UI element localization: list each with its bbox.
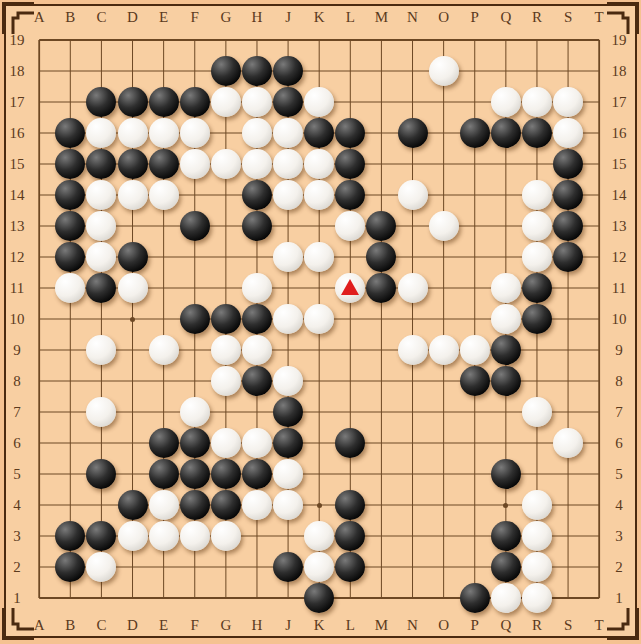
coord-label-11-left: 11	[4, 279, 30, 297]
coord-label-T-bottom: T	[589, 616, 609, 634]
stone-white-E4[interactable]	[149, 490, 179, 520]
stone-black-F17[interactable]	[180, 87, 210, 117]
coord-label-13-right: 13	[606, 217, 632, 235]
coord-label-H-bottom: H	[247, 616, 267, 634]
coord-label-12-right: 12	[606, 248, 632, 266]
stone-white-D11[interactable]	[118, 273, 148, 303]
coord-label-F-top: F	[185, 8, 205, 26]
coord-label-K-bottom: K	[309, 616, 329, 634]
coord-label-15-right: 15	[606, 155, 632, 173]
stone-black-G10[interactable]	[211, 304, 241, 334]
stone-white-S16[interactable]	[553, 118, 583, 148]
stone-white-O18[interactable]	[429, 56, 459, 86]
stone-white-J16[interactable]	[273, 118, 303, 148]
stone-white-K2[interactable]	[304, 552, 334, 582]
stone-white-J10[interactable]	[273, 304, 303, 334]
stone-white-R4[interactable]	[522, 490, 552, 520]
coord-label-Q-top: Q	[496, 8, 516, 26]
coord-label-Q-bottom: Q	[496, 616, 516, 634]
coord-label-3-right: 3	[606, 527, 632, 545]
coord-label-4-right: 4	[606, 496, 632, 514]
coord-label-19-left: 19	[4, 31, 30, 49]
coord-label-2-right: 2	[606, 558, 632, 576]
stone-white-H9[interactable]	[242, 335, 272, 365]
stone-black-N16[interactable]	[398, 118, 428, 148]
stone-black-H13[interactable]	[242, 211, 272, 241]
stone-white-J5[interactable]	[273, 459, 303, 489]
coord-label-5-right: 5	[606, 465, 632, 483]
stone-white-G8[interactable]	[211, 366, 241, 396]
stone-white-R13[interactable]	[522, 211, 552, 241]
stone-white-D3[interactable]	[118, 521, 148, 551]
coord-label-J-top: J	[278, 8, 298, 26]
stone-white-E16[interactable]	[149, 118, 179, 148]
stone-white-F7[interactable]	[180, 397, 210, 427]
coord-label-7-right: 7	[606, 403, 632, 421]
stone-white-K15[interactable]	[304, 149, 334, 179]
coord-label-M-top: M	[371, 8, 391, 26]
coord-label-19-right: 19	[606, 31, 632, 49]
stone-white-F15[interactable]	[180, 149, 210, 179]
stone-white-H15[interactable]	[242, 149, 272, 179]
stone-white-O9[interactable]	[429, 335, 459, 365]
stone-white-O13[interactable]	[429, 211, 459, 241]
stone-black-E17[interactable]	[149, 87, 179, 117]
stone-white-N9[interactable]	[398, 335, 428, 365]
coord-label-7-left: 7	[4, 403, 30, 421]
coord-label-A-bottom: A	[29, 616, 49, 634]
stone-black-J6[interactable]	[273, 428, 303, 458]
stone-white-R7[interactable]	[522, 397, 552, 427]
coord-label-10-left: 10	[4, 310, 30, 328]
coord-label-E-bottom: E	[154, 616, 174, 634]
coord-label-S-top: S	[558, 8, 578, 26]
stone-white-Q11[interactable]	[491, 273, 521, 303]
stone-white-G3[interactable]	[211, 521, 241, 551]
coord-label-A-top: A	[29, 8, 49, 26]
coord-label-P-top: P	[465, 8, 485, 26]
stone-white-K3[interactable]	[304, 521, 334, 551]
stone-black-H18[interactable]	[242, 56, 272, 86]
coord-label-G-bottom: G	[216, 616, 236, 634]
coord-label-18-left: 18	[4, 62, 30, 80]
coord-label-K-top: K	[309, 8, 329, 26]
coord-label-C-bottom: C	[91, 616, 111, 634]
coord-label-17-right: 17	[606, 93, 632, 111]
coord-label-15-left: 15	[4, 155, 30, 173]
stone-black-H5[interactable]	[242, 459, 272, 489]
coord-label-H-top: H	[247, 8, 267, 26]
coord-label-9-left: 9	[4, 341, 30, 359]
stone-black-Q5[interactable]	[491, 459, 521, 489]
stone-black-F13[interactable]	[180, 211, 210, 241]
stone-white-Q17[interactable]	[491, 87, 521, 117]
coord-label-5-left: 5	[4, 465, 30, 483]
stone-black-K1[interactable]	[304, 583, 334, 613]
coord-label-L-top: L	[340, 8, 360, 26]
stone-white-G17[interactable]	[211, 87, 241, 117]
coord-label-R-top: R	[527, 8, 547, 26]
stone-black-G18[interactable]	[211, 56, 241, 86]
coord-label-S-bottom: S	[558, 616, 578, 634]
stone-black-F6[interactable]	[180, 428, 210, 458]
coord-label-13-left: 13	[4, 217, 30, 235]
coord-label-11-right: 11	[606, 279, 632, 297]
stone-white-K10[interactable]	[304, 304, 334, 334]
stone-white-R2[interactable]	[522, 552, 552, 582]
stone-black-H10[interactable]	[242, 304, 272, 334]
stone-black-Q9[interactable]	[491, 335, 521, 365]
stone-black-H8[interactable]	[242, 366, 272, 396]
stone-black-K16[interactable]	[304, 118, 334, 148]
coord-label-E-top: E	[154, 8, 174, 26]
coord-label-D-top: D	[123, 8, 143, 26]
stone-white-D16[interactable]	[118, 118, 148, 148]
stone-white-H6[interactable]	[242, 428, 272, 458]
coord-label-M-bottom: M	[371, 616, 391, 634]
go-board-window: ABCDEFGHJKLMNOPQRST ABCDEFGHJKLMNOPQRST …	[0, 0, 641, 644]
stone-black-G5[interactable]	[211, 459, 241, 489]
stone-white-E14[interactable]	[149, 180, 179, 210]
stone-white-G15[interactable]	[211, 149, 241, 179]
stone-white-D14[interactable]	[118, 180, 148, 210]
stone-white-E9[interactable]	[149, 335, 179, 365]
stone-white-R14[interactable]	[522, 180, 552, 210]
stone-black-R16[interactable]	[522, 118, 552, 148]
stone-white-K14[interactable]	[304, 180, 334, 210]
stone-white-K12[interactable]	[304, 242, 334, 272]
coord-label-D-bottom: D	[123, 616, 143, 634]
stone-black-G4[interactable]	[211, 490, 241, 520]
stone-black-S12[interactable]	[553, 242, 583, 272]
stone-black-F4[interactable]	[180, 490, 210, 520]
coord-label-18-right: 18	[606, 62, 632, 80]
stone-white-R1[interactable]	[522, 583, 552, 613]
coord-label-G-top: G	[216, 8, 236, 26]
stone-white-F16[interactable]	[180, 118, 210, 148]
coord-label-8-right: 8	[606, 372, 632, 390]
stone-white-R12[interactable]	[522, 242, 552, 272]
stone-black-R10[interactable]	[522, 304, 552, 334]
stone-black-D17[interactable]	[118, 87, 148, 117]
stone-black-P8[interactable]	[460, 366, 490, 396]
stone-black-E6[interactable]	[149, 428, 179, 458]
coord-label-P-bottom: P	[465, 616, 485, 634]
stone-white-J12[interactable]	[273, 242, 303, 272]
stone-white-Q10[interactable]	[491, 304, 521, 334]
stone-white-Q1[interactable]	[491, 583, 521, 613]
coord-label-17-left: 17	[4, 93, 30, 111]
coord-label-J-bottom: J	[278, 616, 298, 634]
stone-black-J2[interactable]	[273, 552, 303, 582]
stone-white-S6[interactable]	[553, 428, 583, 458]
stone-white-H4[interactable]	[242, 490, 272, 520]
last-move-triangle-marker	[341, 279, 359, 295]
stone-white-J4[interactable]	[273, 490, 303, 520]
coord-label-8-left: 8	[4, 372, 30, 390]
coord-label-B-bottom: B	[60, 616, 80, 634]
stone-white-N11[interactable]	[398, 273, 428, 303]
stone-black-S13[interactable]	[553, 211, 583, 241]
stone-black-D15[interactable]	[118, 149, 148, 179]
stone-black-Q16[interactable]	[491, 118, 521, 148]
stone-black-R11[interactable]	[522, 273, 552, 303]
coord-label-6-right: 6	[606, 434, 632, 452]
coord-label-14-right: 14	[606, 186, 632, 204]
stone-black-Q8[interactable]	[491, 366, 521, 396]
stone-black-E15[interactable]	[149, 149, 179, 179]
stone-white-H16[interactable]	[242, 118, 272, 148]
stone-white-G6[interactable]	[211, 428, 241, 458]
stone-black-D12[interactable]	[118, 242, 148, 272]
coord-label-L-bottom: L	[340, 616, 360, 634]
coord-label-O-top: O	[434, 8, 454, 26]
stone-black-F10[interactable]	[180, 304, 210, 334]
stone-black-H14[interactable]	[242, 180, 272, 210]
stone-white-J8[interactable]	[273, 366, 303, 396]
coord-label-16-right: 16	[606, 124, 632, 142]
stone-white-S17[interactable]	[553, 87, 583, 117]
stone-black-D4[interactable]	[118, 490, 148, 520]
coord-label-2-left: 2	[4, 558, 30, 576]
coord-label-3-left: 3	[4, 527, 30, 545]
stone-white-N14[interactable]	[398, 180, 428, 210]
stone-white-J14[interactable]	[273, 180, 303, 210]
coord-label-9-right: 9	[606, 341, 632, 359]
stone-white-G9[interactable]	[211, 335, 241, 365]
coord-label-4-left: 4	[4, 496, 30, 514]
coord-label-C-top: C	[91, 8, 111, 26]
stone-black-E5[interactable]	[149, 459, 179, 489]
stone-black-S15[interactable]	[553, 149, 583, 179]
stone-black-J7[interactable]	[273, 397, 303, 427]
stone-white-K17[interactable]	[304, 87, 334, 117]
stone-white-E3[interactable]	[149, 521, 179, 551]
coord-label-1-left: 1	[4, 589, 30, 607]
stone-black-F5[interactable]	[180, 459, 210, 489]
coord-label-16-left: 16	[4, 124, 30, 142]
star-point-Q4	[503, 503, 508, 508]
stone-black-J18[interactable]	[273, 56, 303, 86]
stone-white-P9[interactable]	[460, 335, 490, 365]
stone-black-P1[interactable]	[460, 583, 490, 613]
coord-label-14-left: 14	[4, 186, 30, 204]
stone-white-R17[interactable]	[522, 87, 552, 117]
coord-label-12-left: 12	[4, 248, 30, 266]
coord-label-1-right: 1	[606, 589, 632, 607]
star-point-D10	[130, 317, 135, 322]
coord-label-O-bottom: O	[434, 616, 454, 634]
stone-black-P16[interactable]	[460, 118, 490, 148]
stone-white-H11[interactable]	[242, 273, 272, 303]
stone-black-Q3[interactable]	[491, 521, 521, 551]
stone-white-F3[interactable]	[180, 521, 210, 551]
coord-label-N-bottom: N	[403, 616, 423, 634]
stone-white-J15[interactable]	[273, 149, 303, 179]
coord-label-6-left: 6	[4, 434, 30, 452]
stone-white-R3[interactable]	[522, 521, 552, 551]
coord-label-T-top: T	[589, 8, 609, 26]
coord-label-N-top: N	[403, 8, 423, 26]
coord-label-F-bottom: F	[185, 616, 205, 634]
stone-black-J17[interactable]	[273, 87, 303, 117]
coord-label-B-top: B	[60, 8, 80, 26]
star-point-K4	[317, 503, 322, 508]
stone-black-S14[interactable]	[553, 180, 583, 210]
coord-label-R-bottom: R	[527, 616, 547, 634]
stone-black-Q2[interactable]	[491, 552, 521, 582]
coord-label-10-right: 10	[606, 310, 632, 328]
stone-white-H17[interactable]	[242, 87, 272, 117]
